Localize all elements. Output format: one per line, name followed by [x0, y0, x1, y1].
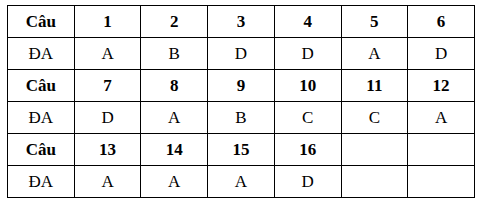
- question-number-cell: 10: [274, 70, 341, 102]
- answer-value-cell: A: [141, 166, 208, 198]
- answer-row-label: ĐA: [8, 166, 75, 198]
- answer-row: ĐAAAAD: [8, 166, 475, 198]
- question-row-label: Câu: [8, 6, 75, 38]
- answer-value-cell: D: [274, 38, 341, 70]
- question-number-cell: 13: [74, 134, 141, 166]
- answer-value-cell: A: [74, 38, 141, 70]
- answer-value-cell: A: [74, 166, 141, 198]
- answer-value-cell: B: [208, 102, 275, 134]
- question-number-cell: 12: [408, 70, 475, 102]
- question-number-cell: 15: [208, 134, 275, 166]
- question-number-cell: 3: [208, 6, 275, 38]
- answer-value-cell: A: [408, 102, 475, 134]
- answer-key-table: Câu123456ĐAABDDADCâu789101112ĐADABCCACâu…: [7, 5, 475, 198]
- answer-value-cell: D: [408, 38, 475, 70]
- empty-cell: [408, 166, 475, 198]
- empty-cell: [341, 166, 408, 198]
- answer-row: ĐAABDDAD: [8, 38, 475, 70]
- answer-key-page: Câu123456ĐAABDDADCâu789101112ĐADABCCACâu…: [0, 0, 477, 205]
- answer-value-cell: D: [208, 38, 275, 70]
- question-row: Câu789101112: [8, 70, 475, 102]
- question-number-cell: 11: [341, 70, 408, 102]
- question-row-label: Câu: [8, 70, 75, 102]
- question-number-cell: 4: [274, 6, 341, 38]
- question-number-cell: 14: [141, 134, 208, 166]
- empty-cell: [408, 134, 475, 166]
- answer-value-cell: A: [208, 166, 275, 198]
- answer-row: ĐADABCCA: [8, 102, 475, 134]
- answer-value-cell: D: [74, 102, 141, 134]
- answer-value-cell: C: [341, 102, 408, 134]
- answer-row-label: ĐA: [8, 102, 75, 134]
- question-number-cell: 1: [74, 6, 141, 38]
- question-row-label: Câu: [8, 134, 75, 166]
- question-number-cell: 8: [141, 70, 208, 102]
- answer-row-label: ĐA: [8, 38, 75, 70]
- answer-value-cell: A: [141, 102, 208, 134]
- answer-value-cell: B: [141, 38, 208, 70]
- answer-value-cell: C: [274, 102, 341, 134]
- empty-cell: [341, 134, 408, 166]
- question-number-cell: 16: [274, 134, 341, 166]
- question-number-cell: 2: [141, 6, 208, 38]
- question-number-cell: 9: [208, 70, 275, 102]
- answer-value-cell: D: [274, 166, 341, 198]
- answer-key-table-body: Câu123456ĐAABDDADCâu789101112ĐADABCCACâu…: [8, 6, 475, 198]
- question-number-cell: 5: [341, 6, 408, 38]
- question-number-cell: 7: [74, 70, 141, 102]
- answer-value-cell: A: [341, 38, 408, 70]
- question-number-cell: 6: [408, 6, 475, 38]
- question-row: Câu123456: [8, 6, 475, 38]
- question-row: Câu13141516: [8, 134, 475, 166]
